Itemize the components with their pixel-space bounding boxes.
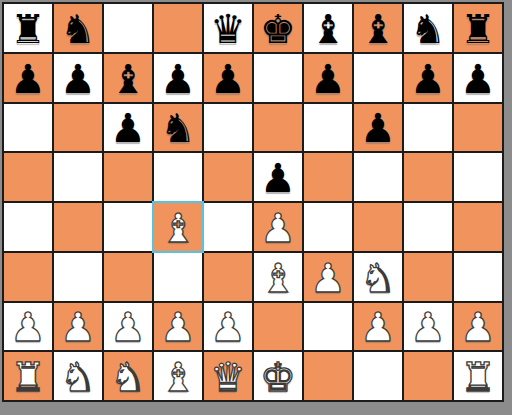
square-g4[interactable] [304, 203, 352, 251]
square-a2[interactable]: ♟ [4, 303, 52, 351]
square-c5[interactable] [104, 153, 152, 201]
square-a3[interactable] [4, 253, 52, 301]
square-h8[interactable]: ♝ [354, 4, 402, 52]
square-h4[interactable] [354, 203, 402, 251]
black-pawn-piece: ♟ [160, 59, 196, 99]
square-b1[interactable]: ♞ [54, 352, 102, 400]
square-g2[interactable] [304, 303, 352, 351]
square-g7[interactable]: ♟ [304, 54, 352, 102]
black-king-piece: ♚ [260, 9, 296, 49]
square-i8[interactable]: ♞ [404, 4, 452, 52]
square-f1[interactable]: ♚ [254, 352, 302, 400]
square-e6[interactable] [204, 104, 252, 152]
black-bishop-piece: ♝ [310, 9, 346, 49]
black-knight-piece: ♞ [160, 108, 196, 148]
square-a8[interactable]: ♜ [4, 4, 52, 52]
chess-board: ♜♞♛♚♝♝♞♜♟♟♝♟♟♟♟♟♟♞♟♟♝♟♝♟♞♟♟♟♟♟♟♟♟♜♞♞♝♛♚♜ [2, 2, 504, 402]
square-i4[interactable] [404, 203, 452, 251]
white-pawn-piece: ♟ [360, 307, 396, 347]
black-pawn-piece: ♟ [60, 59, 96, 99]
black-bishop-piece: ♝ [110, 59, 146, 99]
square-d7[interactable]: ♟ [154, 54, 202, 102]
square-c4[interactable] [104, 203, 152, 251]
white-pawn-piece: ♟ [410, 307, 446, 347]
black-pawn-piece: ♟ [410, 59, 446, 99]
square-i6[interactable] [404, 104, 452, 152]
square-c7[interactable]: ♝ [104, 54, 152, 102]
square-e4[interactable] [204, 203, 252, 251]
black-bishop-piece: ♝ [360, 9, 396, 49]
white-pawn-piece: ♟ [310, 258, 346, 298]
white-pawn-piece: ♟ [60, 307, 96, 347]
square-c1[interactable]: ♞ [104, 352, 152, 400]
white-bishop-piece: ♝ [260, 258, 296, 298]
square-h5[interactable] [354, 153, 402, 201]
square-c8[interactable] [104, 4, 152, 52]
square-b3[interactable] [54, 253, 102, 301]
square-d5[interactable] [154, 153, 202, 201]
square-j8[interactable]: ♜ [454, 4, 502, 52]
white-pawn-piece: ♟ [460, 307, 496, 347]
white-rook-piece: ♜ [10, 357, 46, 397]
square-g6[interactable] [304, 104, 352, 152]
square-b6[interactable] [54, 104, 102, 152]
square-b4[interactable] [54, 203, 102, 251]
black-pawn-piece: ♟ [10, 59, 46, 99]
square-f4[interactable]: ♟ [254, 203, 302, 251]
black-rook-piece: ♜ [10, 9, 46, 49]
white-bishop-piece: ♝ [160, 208, 196, 248]
black-knight-piece: ♞ [60, 9, 96, 49]
black-queen-piece: ♛ [210, 9, 246, 49]
black-pawn-piece: ♟ [210, 59, 246, 99]
square-g5[interactable] [304, 153, 352, 201]
white-pawn-piece: ♟ [110, 307, 146, 347]
square-b2[interactable]: ♟ [54, 303, 102, 351]
square-a4[interactable] [4, 203, 52, 251]
square-h1[interactable] [354, 352, 402, 400]
square-d3[interactable] [154, 253, 202, 301]
square-j5[interactable] [454, 153, 502, 201]
square-b8[interactable]: ♞ [54, 4, 102, 52]
game-window: ♜♞♛♚♝♝♞♜♟♟♝♟♟♟♟♟♟♞♟♟♝♟♝♟♞♟♟♟♟♟♟♟♟♜♞♞♝♛♚♜ [0, 0, 512, 415]
square-d1[interactable]: ♝ [154, 352, 202, 400]
square-i5[interactable] [404, 153, 452, 201]
square-a6[interactable] [4, 104, 52, 152]
square-e3[interactable] [204, 253, 252, 301]
square-f3[interactable]: ♝ [254, 253, 302, 301]
square-j3[interactable] [454, 253, 502, 301]
square-c6[interactable]: ♟ [104, 104, 152, 152]
square-d6[interactable]: ♞ [154, 104, 202, 152]
white-pawn-piece: ♟ [160, 307, 196, 347]
white-queen-piece: ♛ [210, 357, 246, 397]
square-f5[interactable]: ♟ [254, 153, 302, 201]
white-bishop-piece: ♝ [160, 357, 196, 397]
square-h7[interactable] [354, 54, 402, 102]
square-j1[interactable]: ♜ [454, 352, 502, 400]
black-rook-piece: ♜ [460, 9, 496, 49]
black-pawn-piece: ♟ [360, 108, 396, 148]
square-f8[interactable]: ♚ [254, 4, 302, 52]
black-pawn-piece: ♟ [110, 108, 146, 148]
square-d8[interactable] [154, 4, 202, 52]
square-f2[interactable] [254, 303, 302, 351]
black-pawn-piece: ♟ [260, 158, 296, 198]
square-e7[interactable]: ♟ [204, 54, 252, 102]
white-pawn-piece: ♟ [210, 307, 246, 347]
square-h2[interactable]: ♟ [354, 303, 402, 351]
square-f6[interactable] [254, 104, 302, 152]
square-a5[interactable] [4, 153, 52, 201]
square-b5[interactable] [54, 153, 102, 201]
black-pawn-piece: ♟ [310, 59, 346, 99]
square-e1[interactable]: ♛ [204, 352, 252, 400]
white-king-piece: ♚ [260, 357, 296, 397]
square-d2[interactable]: ♟ [154, 303, 202, 351]
square-h6[interactable]: ♟ [354, 104, 402, 152]
square-j7[interactable]: ♟ [454, 54, 502, 102]
black-knight-piece: ♞ [410, 9, 446, 49]
square-g1[interactable] [304, 352, 352, 400]
square-i1[interactable] [404, 352, 452, 400]
white-knight-piece: ♞ [60, 357, 96, 397]
square-a1[interactable]: ♜ [4, 352, 52, 400]
square-i7[interactable]: ♟ [404, 54, 452, 102]
white-pawn-piece: ♟ [260, 208, 296, 248]
square-g8[interactable]: ♝ [304, 4, 352, 52]
white-rook-piece: ♜ [460, 357, 496, 397]
white-knight-piece: ♞ [360, 258, 396, 298]
black-pawn-piece: ♟ [460, 59, 496, 99]
square-e8[interactable]: ♛ [204, 4, 252, 52]
square-i2[interactable]: ♟ [404, 303, 452, 351]
square-a7[interactable]: ♟ [4, 54, 52, 102]
square-c2[interactable]: ♟ [104, 303, 152, 351]
white-pawn-piece: ♟ [10, 307, 46, 347]
square-h3[interactable]: ♞ [354, 253, 402, 301]
square-b7[interactable]: ♟ [54, 54, 102, 102]
square-j6[interactable] [454, 104, 502, 152]
square-e5[interactable] [204, 153, 252, 201]
square-i3[interactable] [404, 253, 452, 301]
square-e2[interactable]: ♟ [204, 303, 252, 351]
square-c3[interactable] [104, 253, 152, 301]
white-knight-piece: ♞ [110, 357, 146, 397]
square-g3[interactable]: ♟ [304, 253, 352, 301]
square-f7[interactable] [254, 54, 302, 102]
square-j2[interactable]: ♟ [454, 303, 502, 351]
square-d4[interactable]: ♝ [154, 203, 202, 251]
square-j4[interactable] [454, 203, 502, 251]
